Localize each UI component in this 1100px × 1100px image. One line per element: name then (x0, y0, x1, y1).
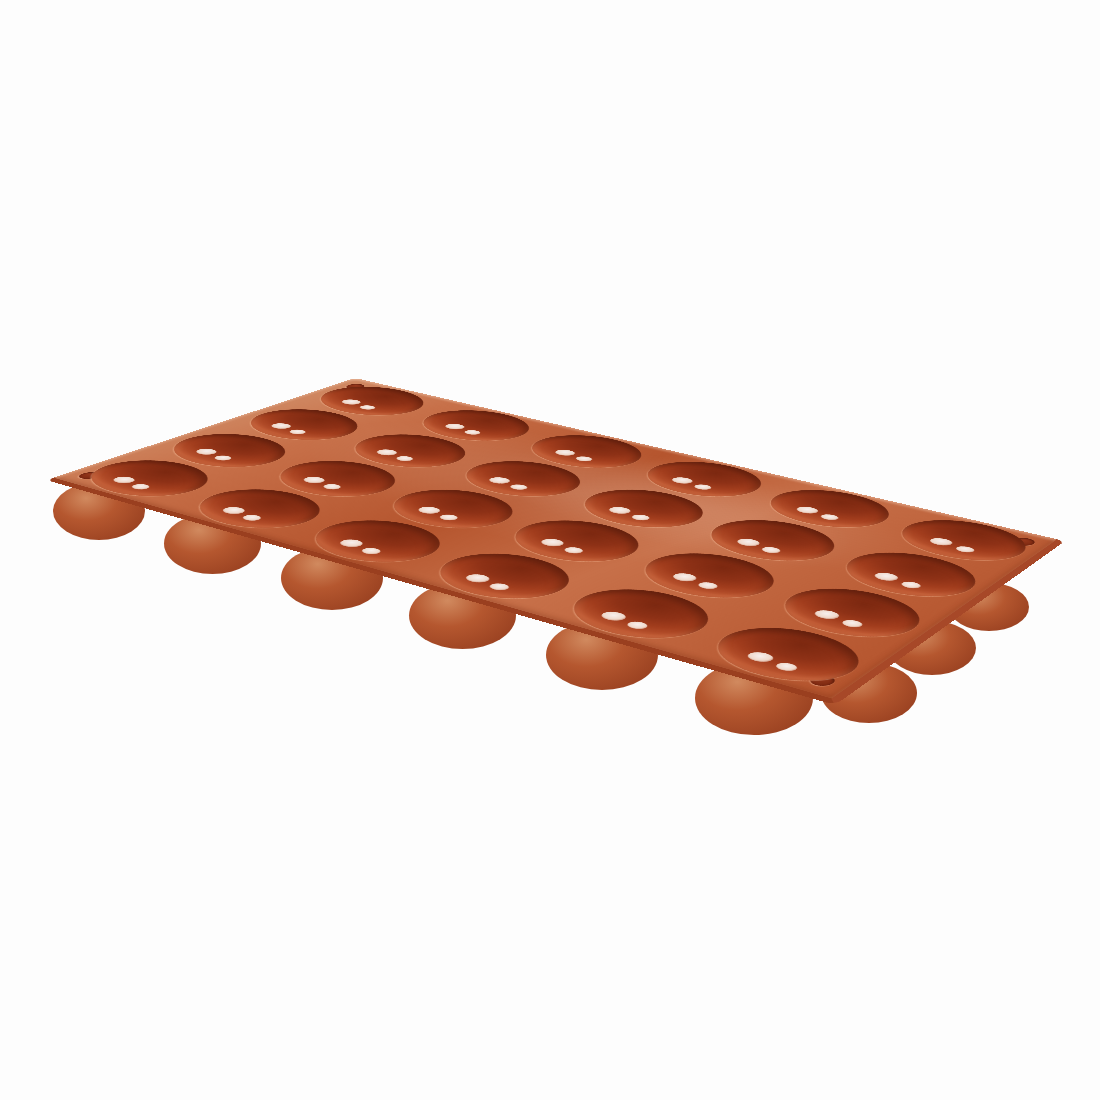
light-reflection (773, 661, 801, 672)
light-reflection (485, 476, 513, 485)
light-reflection (338, 398, 364, 405)
light-reflection (267, 422, 294, 430)
light-reflection (436, 514, 460, 522)
light-reflection (320, 483, 344, 491)
light-reflection (287, 429, 309, 436)
light-reflection (240, 514, 265, 522)
product-photo (0, 0, 1100, 1100)
light-reflection (605, 505, 634, 515)
light-reflection (359, 547, 385, 556)
light-reflection (414, 505, 444, 515)
light-reflection (373, 448, 400, 456)
light-reflection (629, 513, 653, 521)
light-reflection (561, 546, 586, 555)
light-reflection (461, 429, 483, 435)
light-reflection (818, 513, 841, 521)
light-reflection (461, 572, 493, 583)
light-reflection (695, 581, 721, 590)
light-reflection (507, 483, 530, 490)
light-reflection (536, 537, 566, 547)
light-reflection (871, 571, 901, 582)
light-reflection (624, 620, 651, 630)
light-reflection (597, 610, 630, 622)
light-reflection (691, 484, 714, 491)
light-reflection (668, 572, 699, 583)
light-reflection (109, 475, 139, 484)
light-reflection (192, 448, 220, 456)
light-reflection (218, 505, 248, 515)
light-reflection (899, 580, 924, 589)
light-reflection (211, 455, 234, 462)
light-reflection (357, 405, 378, 411)
light-reflection (441, 423, 467, 431)
light-reflection (336, 538, 367, 549)
light-reflection (839, 619, 865, 629)
light-reflection (953, 545, 977, 554)
light-reflection (810, 609, 842, 621)
light-reflection (551, 449, 578, 457)
light-reflection (733, 537, 763, 547)
light-reflection (299, 476, 328, 485)
light-reflection (668, 476, 695, 485)
light-reflection (793, 505, 821, 515)
light-reflection (926, 537, 955, 547)
light-reflection (486, 582, 512, 592)
light-reflection (759, 546, 783, 555)
light-reflection (743, 650, 777, 663)
light-reflection (394, 455, 417, 462)
light-reflection (129, 483, 153, 491)
light-reflection (573, 456, 595, 463)
